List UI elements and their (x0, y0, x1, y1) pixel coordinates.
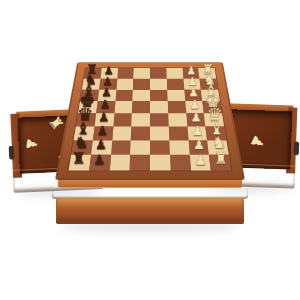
square[interactable] (112, 126, 132, 140)
square[interactable] (167, 101, 186, 113)
square[interactable]: ♜ (69, 155, 91, 171)
board-frame: ♜♟♟♜♞♟♟♞♝♟♟♝♚♟♟♚♛♟♟♛♝♟♟♝♞♟♟♞♜♟♟♜ (55, 62, 245, 180)
square[interactable] (131, 126, 150, 140)
square[interactable] (133, 89, 150, 101)
square[interactable] (130, 140, 150, 155)
board-scene: ♜♟♟♜♞♟♟♞♝♟♟♝♚♟♟♚♛♟♟♛♝♟♟♝♞♟♟♞♜♟♟♜ (50, 0, 250, 200)
square[interactable] (133, 68, 150, 78)
square[interactable] (169, 140, 189, 155)
square[interactable] (150, 79, 167, 90)
black-pawn[interactable]: ♟ (93, 153, 105, 167)
square[interactable] (150, 155, 170, 171)
square[interactable] (150, 101, 168, 113)
square[interactable] (133, 79, 150, 90)
stored-white-pawn[interactable]: ♟ (24, 137, 40, 151)
square[interactable] (132, 101, 150, 113)
square[interactable] (111, 140, 131, 155)
white-pawn[interactable]: ♟ (190, 111, 201, 123)
black-pawn[interactable]: ♟ (95, 138, 107, 151)
square[interactable]: ♟ (189, 155, 211, 171)
square[interactable]: ♟ (89, 155, 111, 171)
chess-board-grid: ♜♟♟♜♞♟♟♞♝♟♟♝♚♟♟♚♛♟♟♛♝♟♟♝♞♟♟♞♜♟♟♜ (69, 68, 232, 170)
white-pawn[interactable]: ♟ (192, 124, 203, 137)
black-pawn[interactable]: ♟ (100, 98, 111, 110)
square[interactable] (150, 113, 169, 126)
square[interactable] (170, 155, 191, 171)
square[interactable] (117, 68, 134, 78)
square[interactable] (166, 68, 183, 78)
box-base (56, 198, 244, 224)
square[interactable] (150, 140, 170, 155)
square[interactable] (131, 113, 150, 126)
square[interactable] (167, 89, 185, 101)
white-rook[interactable]: ♜ (214, 151, 228, 167)
photo-background: ♜♟♟ ♟♟ ♜♟♟♜♞♟♟♞♝♟♟♝♚♟♟♚♛♟♟♛♝♟♟♝♞♟♟♞♜♟♟♜ (0, 0, 300, 300)
square[interactable] (116, 79, 133, 90)
square[interactable] (167, 79, 184, 90)
black-pawn[interactable]: ♟ (98, 111, 109, 123)
square[interactable] (168, 113, 187, 126)
square[interactable] (150, 126, 169, 140)
square[interactable] (109, 155, 130, 171)
white-pawn[interactable]: ♟ (193, 138, 205, 151)
square[interactable] (169, 126, 189, 140)
square[interactable] (130, 155, 150, 171)
square[interactable] (113, 113, 132, 126)
stored-white-pawn[interactable]: ♟ (247, 132, 266, 151)
square[interactable] (114, 101, 133, 113)
black-pawn[interactable]: ♟ (97, 124, 108, 137)
square[interactable] (150, 89, 167, 101)
square[interactable]: ♜ (209, 155, 231, 171)
square[interactable] (115, 89, 133, 101)
square[interactable] (150, 68, 167, 78)
black-rook[interactable]: ♜ (72, 151, 86, 167)
white-pawn[interactable]: ♟ (189, 98, 200, 110)
white-pawn[interactable]: ♟ (194, 153, 206, 167)
